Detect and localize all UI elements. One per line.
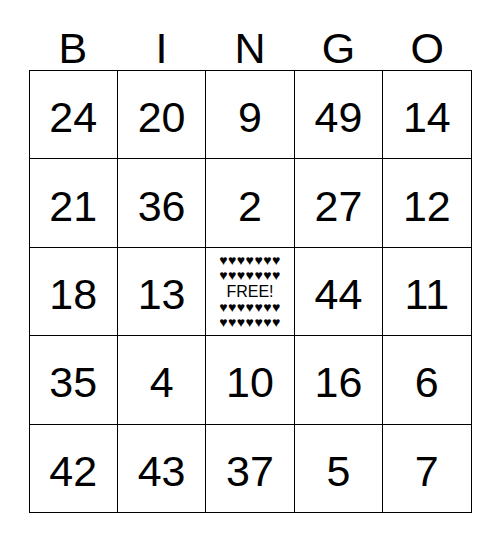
header-letter-i: I bbox=[117, 0, 206, 70]
cell-number: 49 bbox=[314, 96, 362, 139]
bingo-card: B I N G O 24 20 9 49 14 21 36 2 27 12 18… bbox=[29, 0, 472, 513]
free-space-cell[interactable]: ♥♥♥♥♥♥♥ ♥♥♥♥♥♥♥ FREE! ♥♥♥♥♥♥♥ ♥♥♥♥♥♥♥ bbox=[206, 248, 294, 336]
hearts-row-icon: ♥♥♥♥♥♥♥ bbox=[219, 253, 281, 268]
bingo-cell[interactable]: 27 bbox=[295, 159, 383, 247]
cell-number: 20 bbox=[138, 96, 186, 139]
cell-number: 37 bbox=[226, 450, 274, 493]
bingo-cell[interactable]: 7 bbox=[383, 425, 471, 513]
bingo-cell[interactable]: 37 bbox=[206, 425, 294, 513]
cell-number: 44 bbox=[314, 273, 362, 316]
bingo-cell[interactable]: 18 bbox=[30, 248, 118, 336]
free-space-label: FREE! bbox=[226, 283, 273, 300]
hearts-row-icon: ♥♥♥♥♥♥♥ bbox=[219, 315, 281, 330]
bingo-cell[interactable]: 20 bbox=[118, 71, 206, 159]
bingo-cell[interactable]: 21 bbox=[30, 159, 118, 247]
hearts-row-icon: ♥♥♥♥♥♥♥ bbox=[219, 300, 281, 315]
cell-number: 9 bbox=[238, 96, 262, 139]
cell-number: 4 bbox=[150, 361, 174, 404]
bingo-cell[interactable]: 4 bbox=[118, 336, 206, 424]
bingo-cell[interactable]: 12 bbox=[383, 159, 471, 247]
cell-number: 27 bbox=[314, 185, 362, 228]
cell-number: 5 bbox=[326, 450, 350, 493]
cell-number: 6 bbox=[415, 361, 439, 404]
bingo-cell[interactable]: 10 bbox=[206, 336, 294, 424]
bingo-cell[interactable]: 35 bbox=[30, 336, 118, 424]
header-letter-label: I bbox=[155, 27, 167, 70]
cell-number: 11 bbox=[404, 273, 449, 316]
header-letter-label: N bbox=[234, 27, 265, 70]
cell-number: 35 bbox=[49, 361, 97, 404]
bingo-cell[interactable]: 49 bbox=[295, 71, 383, 159]
header-letter-g: G bbox=[294, 0, 383, 70]
bingo-cell[interactable]: 36 bbox=[118, 159, 206, 247]
bingo-cell[interactable]: 5 bbox=[295, 425, 383, 513]
bingo-cell[interactable]: 43 bbox=[118, 425, 206, 513]
cell-number: 18 bbox=[49, 273, 97, 316]
bingo-cell[interactable]: 14 bbox=[383, 71, 471, 159]
bingo-cell[interactable]: 13 bbox=[118, 248, 206, 336]
bingo-header: B I N G O bbox=[29, 0, 472, 70]
cell-number: 7 bbox=[415, 450, 439, 493]
cell-number: 16 bbox=[314, 361, 362, 404]
cell-number: 43 bbox=[138, 450, 186, 493]
header-letter-label: O bbox=[410, 27, 443, 70]
cell-number: 12 bbox=[403, 185, 451, 228]
header-letter-o: O bbox=[383, 0, 472, 70]
cell-number: 10 bbox=[226, 361, 274, 404]
bingo-cell[interactable]: 24 bbox=[30, 71, 118, 159]
bingo-cell[interactable]: 16 bbox=[295, 336, 383, 424]
bingo-grid: 24 20 9 49 14 21 36 2 27 12 18 13 ♥♥♥♥♥♥… bbox=[29, 70, 472, 513]
bingo-cell[interactable]: 6 bbox=[383, 336, 471, 424]
bingo-cell[interactable]: 9 bbox=[206, 71, 294, 159]
cell-number: 42 bbox=[49, 450, 97, 493]
cell-number: 2 bbox=[238, 185, 262, 228]
bingo-cell[interactable]: 2 bbox=[206, 159, 294, 247]
cell-number: 36 bbox=[138, 185, 186, 228]
cell-number: 24 bbox=[49, 96, 97, 139]
header-letter-n: N bbox=[206, 0, 295, 70]
bingo-cell[interactable]: 11 bbox=[383, 248, 471, 336]
cell-number: 13 bbox=[138, 273, 186, 316]
header-letter-label: B bbox=[58, 27, 87, 70]
header-letter-b: B bbox=[29, 0, 118, 70]
cell-number: 14 bbox=[403, 96, 451, 139]
header-letter-label: G bbox=[322, 27, 355, 70]
bingo-cell[interactable]: 44 bbox=[295, 248, 383, 336]
cell-number: 21 bbox=[49, 185, 97, 228]
bingo-cell[interactable]: 42 bbox=[30, 425, 118, 513]
hearts-row-icon: ♥♥♥♥♥♥♥ bbox=[219, 268, 281, 283]
